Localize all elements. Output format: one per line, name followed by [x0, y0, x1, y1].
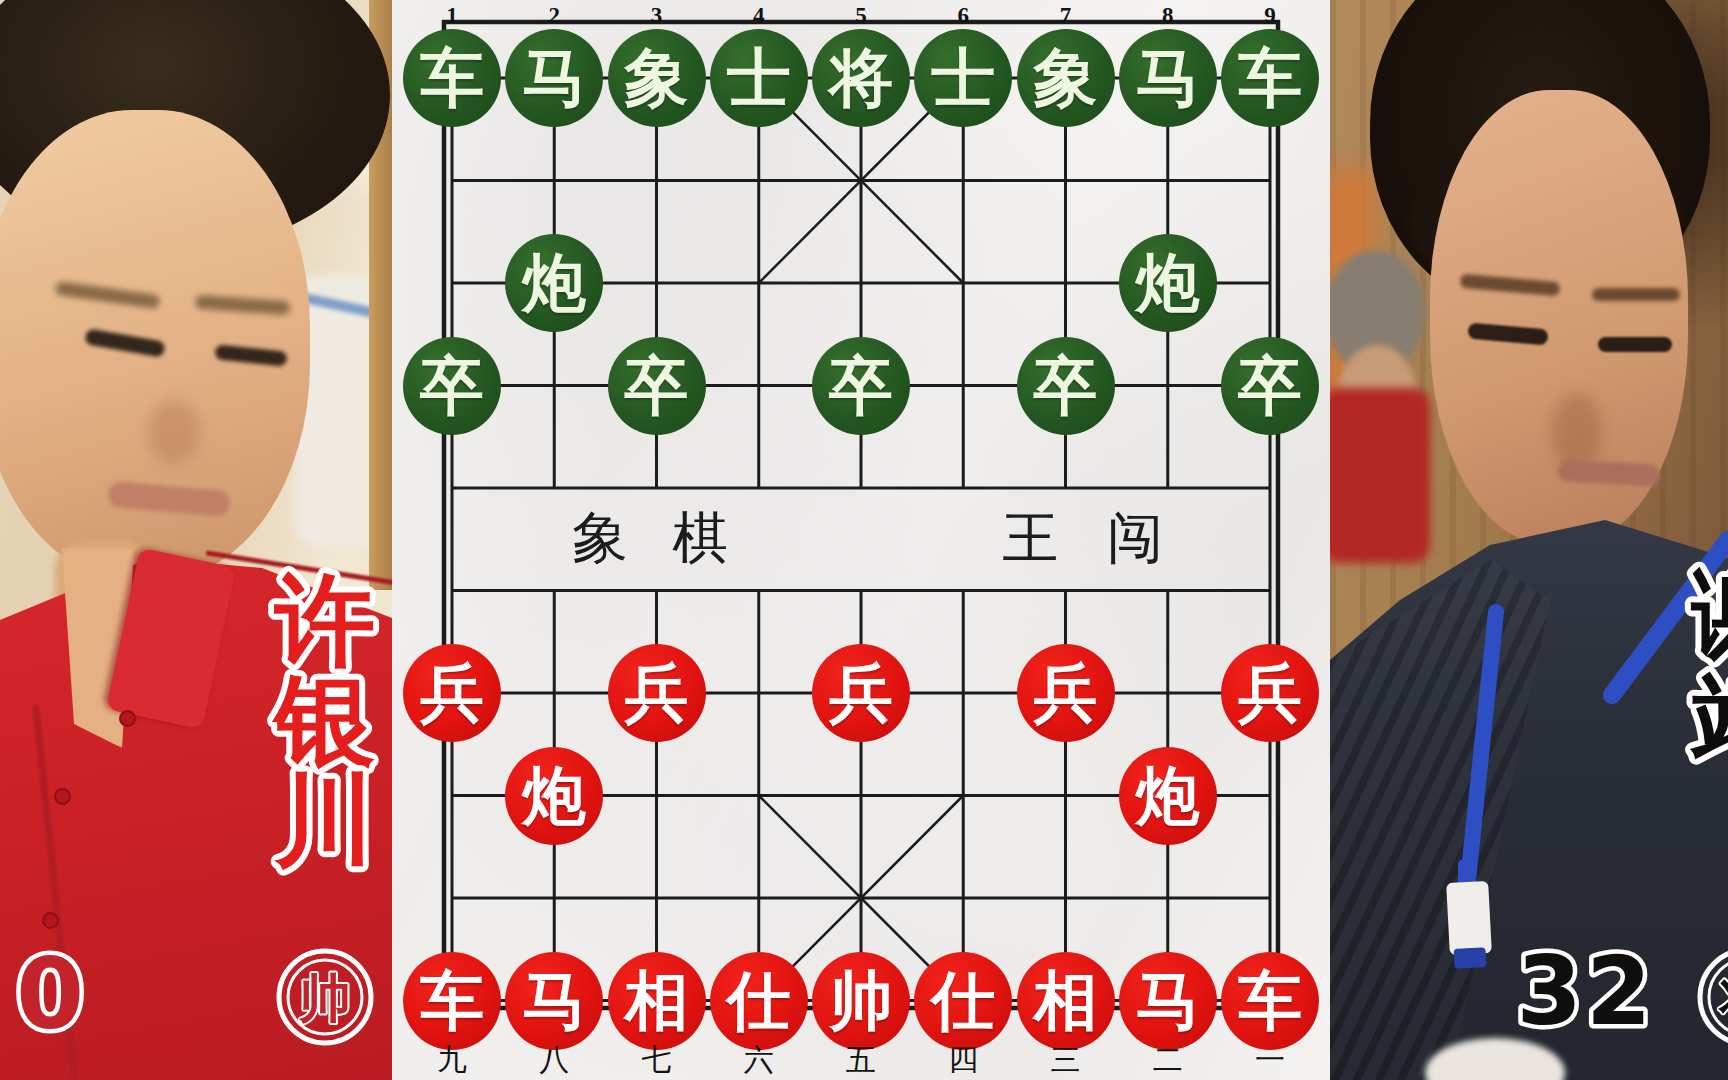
- right-player-nose: [1552, 393, 1602, 471]
- right-player-photo: [1330, 0, 1728, 1080]
- file-label-bottom-7: 三: [1046, 1042, 1086, 1078]
- xiangqi-board-panel: 123456789 象棋王闯 车马象士将士象马车炮炮卒卒卒卒卒兵兵兵兵兵炮炮车马…: [392, 0, 1330, 1080]
- piece-red-file7-rank7[interactable]: 兵: [1017, 644, 1115, 742]
- piece-green-file1-rank1[interactable]: 车: [403, 29, 501, 127]
- right-player-eye: [1598, 337, 1672, 352]
- piece-red-file5-rank7[interactable]: 兵: [812, 644, 910, 742]
- file-label-top-8: 8: [1151, 1, 1185, 31]
- piece-green-file9-rank4[interactable]: 卒: [1221, 337, 1319, 435]
- piece-green-file2-rank1[interactable]: 马: [505, 29, 603, 127]
- piece-green-file3-rank1[interactable]: 象: [608, 29, 706, 127]
- piece-red-file7-rank10[interactable]: 相: [1017, 952, 1115, 1050]
- piece-green-file4-rank1[interactable]: 士: [710, 29, 808, 127]
- piece-red-file2-rank10[interactable]: 马: [505, 952, 603, 1050]
- piece-red-file1-rank10[interactable]: 车: [403, 952, 501, 1050]
- file-label-top-9: 9: [1253, 1, 1287, 31]
- piece-green-file5-rank1[interactable]: 将: [812, 29, 910, 127]
- piece-red-file8-rank10[interactable]: 马: [1119, 952, 1217, 1050]
- piece-green-file5-rank4[interactable]: 卒: [812, 337, 910, 435]
- file-label-top-3: 3: [640, 1, 674, 31]
- file-label-bottom-5: 五: [841, 1042, 881, 1078]
- left-player-nose: [148, 400, 200, 464]
- piece-red-file2-rank8[interactable]: 炮: [505, 747, 603, 845]
- piece-green-file7-rank1[interactable]: 象: [1017, 29, 1115, 127]
- river-char-4: 闯: [1102, 506, 1168, 570]
- piece-red-file4-rank10[interactable]: 仕: [710, 952, 808, 1050]
- video-frame: 123456789 象棋王闯 车马象士将士象马车炮炮卒卒卒卒卒兵兵兵兵兵炮炮车马…: [0, 0, 1728, 1080]
- piece-green-file8-rank1[interactable]: 马: [1119, 29, 1217, 127]
- file-label-bottom-3: 七: [637, 1042, 677, 1078]
- shirt-button: [119, 710, 136, 727]
- file-label-top-1: 1: [435, 1, 469, 31]
- file-label-top-6: 6: [946, 1, 980, 31]
- right-player-eyebrow: [1592, 288, 1680, 301]
- file-label-bottom-2: 八: [534, 1042, 574, 1078]
- river-char-1: 象: [567, 506, 633, 570]
- file-label-bottom-4: 六: [739, 1042, 779, 1078]
- piece-green-file6-rank1[interactable]: 士: [914, 29, 1012, 127]
- piece-red-file8-rank8[interactable]: 炮: [1119, 747, 1217, 845]
- piece-green-file2-rank3[interactable]: 炮: [505, 234, 603, 332]
- piece-green-file9-rank1[interactable]: 车: [1221, 29, 1319, 127]
- file-label-top-2: 2: [537, 1, 571, 31]
- shirt-button: [54, 788, 71, 805]
- piece-red-file1-rank7[interactable]: 兵: [403, 644, 501, 742]
- piece-green-file1-rank4[interactable]: 卒: [403, 337, 501, 435]
- file-label-top-4: 4: [742, 1, 776, 31]
- board-grid-lines: [392, 0, 1330, 1080]
- file-label-top-7: 7: [1049, 1, 1083, 31]
- piece-green-file3-rank4[interactable]: 卒: [608, 337, 706, 435]
- file-label-bottom-9: 一: [1250, 1042, 1290, 1078]
- piece-red-file3-rank7[interactable]: 兵: [608, 644, 706, 742]
- piece-red-file9-rank10[interactable]: 车: [1221, 952, 1319, 1050]
- file-label-top-5: 5: [844, 1, 878, 31]
- piece-red-file9-rank7[interactable]: 兵: [1221, 644, 1319, 742]
- piece-green-file7-rank4[interactable]: 卒: [1017, 337, 1115, 435]
- piece-red-file3-rank10[interactable]: 相: [608, 952, 706, 1050]
- file-label-bottom-8: 二: [1148, 1042, 1188, 1078]
- piece-red-file6-rank10[interactable]: 仕: [914, 952, 1012, 1050]
- piece-green-file8-rank3[interactable]: 炮: [1119, 234, 1217, 332]
- left-player-photo: [0, 0, 392, 1080]
- file-label-bottom-1: 九: [432, 1042, 472, 1078]
- shirt-button: [42, 912, 59, 929]
- river-char-2: 棋: [667, 506, 733, 570]
- background-person-red-coat: [1330, 388, 1430, 563]
- river-char-3: 王: [997, 506, 1063, 570]
- file-label-bottom-6: 四: [943, 1042, 983, 1078]
- piece-red-file5-rank10[interactable]: 帅: [812, 952, 910, 1050]
